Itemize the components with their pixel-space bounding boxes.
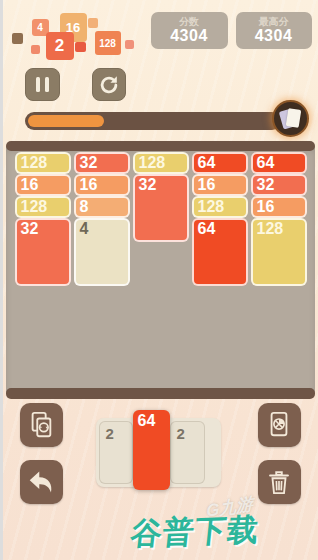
card-32[interactable]: 32	[251, 174, 307, 196]
game-logo: 4 16 2 128	[8, 8, 148, 64]
logo-decor-square	[31, 45, 40, 54]
card-64[interactable]: 64	[192, 218, 248, 286]
column-5[interactable]: 643216128	[251, 152, 307, 286]
board-bottom-rail	[6, 388, 315, 399]
hand-left-value: 2	[100, 422, 132, 442]
card-32[interactable]: 32	[133, 174, 189, 242]
card-64[interactable]: 64	[251, 152, 307, 174]
hand-mid-value: 64	[133, 410, 170, 430]
best-score-box: 最高分 4304	[236, 12, 312, 49]
card-columns: 1281612832 321684 12832 641612864 643216…	[15, 152, 307, 286]
board-top-rail	[6, 141, 315, 151]
column-2[interactable]: 321684	[74, 152, 130, 286]
watermark-primary: 谷普下载	[128, 509, 261, 555]
column-3[interactable]: 12832	[133, 152, 189, 242]
card-128[interactable]: 128	[192, 196, 248, 218]
trash-button[interactable]	[258, 460, 301, 504]
card-32[interactable]: 32	[74, 152, 130, 174]
card-128[interactable]: 128	[15, 152, 71, 174]
swap-cards-button[interactable]	[20, 403, 63, 447]
wildcard-card-icon	[266, 410, 292, 440]
best-score-label: 最高分	[259, 16, 289, 27]
restart-button[interactable]	[92, 68, 126, 101]
pause-button[interactable]	[25, 68, 60, 101]
hand-left: 2	[99, 421, 133, 484]
card-16[interactable]: 16	[192, 174, 248, 196]
card-128[interactable]: 128	[15, 196, 71, 218]
column-1[interactable]: 1281612832	[15, 152, 71, 286]
card-front-icon	[285, 108, 301, 128]
card-16[interactable]: 16	[74, 174, 130, 196]
trash-icon	[266, 468, 292, 496]
hand-right: 2	[170, 421, 205, 484]
score-value: 4304	[170, 27, 208, 45]
card-32[interactable]: 32	[15, 218, 71, 286]
card-16[interactable]: 16	[251, 196, 307, 218]
score-label: 分数	[179, 16, 199, 27]
card-128[interactable]: 128	[251, 218, 307, 286]
card-4[interactable]: 4	[74, 218, 130, 286]
progress-fill	[28, 115, 105, 127]
logo-tile-128: 128	[95, 31, 121, 55]
undo-button[interactable]	[20, 460, 63, 504]
deck-badge	[272, 100, 309, 137]
deck-progress-bar	[25, 112, 281, 130]
wildcard-button[interactable]	[258, 403, 301, 447]
restart-icon	[98, 74, 120, 96]
card-128[interactable]: 128	[133, 152, 189, 174]
logo-decor-square	[12, 33, 23, 44]
logo-decor-square	[88, 18, 98, 28]
pause-icon	[36, 77, 40, 92]
hand-mid[interactable]: 64	[133, 410, 170, 490]
logo-decor-square	[125, 40, 134, 49]
undo-arrow-icon	[27, 469, 55, 495]
best-score-value: 4304	[255, 27, 293, 45]
score-box: 分数 4304	[151, 12, 228, 49]
logo-decor-square	[75, 42, 86, 52]
card-8[interactable]: 8	[74, 196, 130, 218]
logo-tile-2: 2	[46, 32, 74, 60]
swap-cards-icon	[27, 410, 55, 440]
hand-right-value: 2	[171, 422, 204, 442]
card-64[interactable]: 64	[192, 152, 248, 174]
column-4[interactable]: 641612864	[192, 152, 248, 286]
game-screen: 4 16 2 128 分数 4304 最高分 4304 12816128	[3, 0, 318, 560]
pause-icon	[45, 77, 49, 92]
card-16[interactable]: 16	[15, 174, 71, 196]
